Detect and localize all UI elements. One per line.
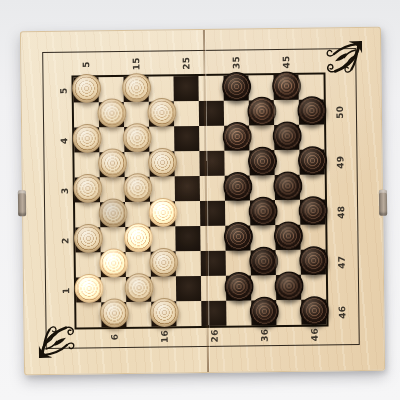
coordinate-label-46: 46 — [309, 328, 319, 341]
dark-square-4[interactable] — [74, 127, 99, 152]
dark-square-33[interactable] — [225, 175, 250, 200]
light-piece-on-10[interactable] — [97, 98, 126, 127]
light-square-r6c5[interactable] — [175, 201, 200, 226]
corner-flourish-icon — [38, 318, 78, 358]
light-piece-on-19[interactable] — [147, 148, 176, 177]
dark-square-31[interactable] — [226, 275, 251, 300]
coordinate-label-15: 15 — [131, 57, 141, 70]
dark-square-9[interactable] — [99, 152, 124, 177]
dark-square-46[interactable] — [301, 299, 326, 324]
dark-square-14[interactable] — [124, 127, 149, 152]
light-square-r10c5[interactable] — [176, 301, 201, 326]
dark-piece-on-32[interactable] — [223, 222, 252, 251]
dark-piece-on-37[interactable] — [249, 247, 278, 276]
dark-piece-on-40[interactable] — [247, 97, 276, 126]
dark-square-25[interactable] — [173, 76, 198, 101]
light-square-r4c5[interactable] — [174, 151, 199, 176]
dark-piece-on-39[interactable] — [247, 147, 276, 176]
dark-piece-on-48[interactable] — [298, 196, 327, 225]
dark-square-24[interactable] — [174, 126, 199, 151]
dark-square-36[interactable] — [251, 300, 276, 325]
dark-square-6[interactable] — [101, 302, 126, 327]
light-piece-on-15[interactable] — [121, 73, 150, 102]
dark-square-2[interactable] — [75, 227, 100, 252]
light-piece-on-16[interactable] — [149, 298, 178, 327]
light-piece-on-3[interactable] — [73, 174, 102, 203]
light-square-r5c6[interactable] — [200, 176, 225, 201]
light-square-r2c5[interactable] — [174, 101, 199, 126]
dark-square-30[interactable] — [199, 101, 224, 126]
coordinate-label-46: 46 — [337, 305, 347, 318]
coordinate-label-3: 3 — [60, 187, 70, 194]
dark-square-41[interactable] — [276, 275, 301, 300]
coordinate-label-1: 1 — [61, 287, 71, 294]
light-piece-on-5[interactable] — [71, 74, 100, 103]
dark-square-15[interactable] — [123, 77, 148, 102]
coordinate-label-5: 5 — [81, 61, 91, 68]
coordinate-label-36: 36 — [259, 329, 269, 342]
dark-square-22[interactable] — [175, 226, 200, 251]
coordinate-label-2: 2 — [60, 237, 70, 244]
board-grid — [71, 72, 328, 329]
light-square-r7c6[interactable] — [200, 226, 225, 251]
dark-piece-on-33[interactable] — [223, 172, 252, 201]
coordinate-label-26: 26 — [209, 329, 219, 342]
dark-square-35[interactable] — [223, 75, 248, 100]
dark-square-50[interactable] — [299, 100, 324, 125]
coordinate-label-25: 25 — [181, 57, 191, 70]
dark-square-19[interactable] — [149, 151, 174, 176]
dark-square-23[interactable] — [175, 176, 200, 201]
coordinate-label-5: 5 — [59, 87, 69, 94]
light-piece-on-17[interactable] — [149, 248, 178, 277]
light-square-r8c5[interactable] — [176, 251, 201, 276]
light-square-r9c6[interactable] — [201, 276, 226, 301]
light-piece-on-6[interactable] — [99, 298, 128, 327]
dark-piece-on-45[interactable] — [271, 71, 300, 100]
coordinate-label-4: 4 — [59, 137, 69, 144]
photo-background: 515253545616263646543215049484746 — [0, 0, 400, 400]
dark-piece-on-46[interactable] — [299, 296, 328, 325]
light-piece-on-7[interactable] — [99, 248, 128, 277]
dark-square-28[interactable] — [200, 201, 225, 226]
light-piece-on-13[interactable] — [123, 173, 152, 202]
dark-square-47[interactable] — [301, 249, 326, 274]
dark-piece-on-38[interactable] — [248, 197, 277, 226]
dark-square-17[interactable] — [151, 251, 176, 276]
dark-square-21[interactable] — [176, 276, 201, 301]
dark-square-16[interactable] — [151, 301, 176, 326]
light-piece-on-20[interactable] — [147, 98, 176, 127]
dark-square-18[interactable] — [150, 201, 175, 226]
dark-piece-on-42[interactable] — [273, 221, 302, 250]
dark-piece-on-41[interactable] — [274, 271, 303, 300]
dark-piece-on-49[interactable] — [297, 146, 326, 175]
dark-square-10[interactable] — [99, 102, 124, 127]
dark-square-43[interactable] — [275, 175, 300, 200]
dark-square-49[interactable] — [299, 150, 324, 175]
light-piece-on-9[interactable] — [97, 148, 126, 177]
dark-piece-on-43[interactable] — [273, 171, 302, 200]
light-piece-on-8[interactable] — [98, 198, 127, 227]
coordinate-label-49: 49 — [335, 155, 345, 168]
light-piece-on-2[interactable] — [73, 224, 102, 253]
hinge-clasp-icon — [379, 190, 387, 216]
dark-square-13[interactable] — [125, 177, 150, 202]
light-piece-on-18[interactable] — [148, 198, 177, 227]
coordinate-label-47: 47 — [337, 255, 347, 268]
coordinate-label-48: 48 — [336, 205, 346, 218]
dark-square-3[interactable] — [75, 177, 100, 202]
dark-square-20[interactable] — [149, 101, 174, 126]
dark-piece-on-34[interactable] — [222, 122, 251, 151]
dark-piece-on-31[interactable] — [224, 272, 253, 301]
light-piece-on-12[interactable] — [123, 223, 152, 252]
hinge-clasp-icon — [18, 190, 26, 216]
dark-square-42[interactable] — [275, 225, 300, 250]
dark-square-11[interactable] — [126, 277, 151, 302]
light-square-r10c9[interactable] — [276, 300, 301, 325]
light-square-r1c6[interactable] — [198, 76, 223, 101]
light-piece-on-14[interactable] — [122, 123, 151, 152]
coordinate-label-16: 16 — [159, 330, 169, 343]
dark-square-48[interactable] — [300, 200, 325, 225]
light-square-r10c1[interactable] — [76, 302, 101, 327]
dark-square-39[interactable] — [249, 150, 274, 175]
dark-square-27[interactable] — [201, 251, 226, 276]
dark-square-1[interactable] — [76, 277, 101, 302]
dark-square-26[interactable] — [201, 301, 226, 326]
dark-square-32[interactable] — [225, 225, 250, 250]
dark-square-5[interactable] — [73, 77, 98, 102]
coordinate-label-50: 50 — [335, 105, 345, 118]
draughts-board: 515253545616263646543215049484746 — [20, 27, 385, 375]
dark-square-45[interactable] — [273, 75, 298, 100]
light-piece-on-4[interactable] — [72, 124, 101, 153]
coordinate-label-35: 35 — [231, 56, 241, 69]
dark-square-44[interactable] — [274, 125, 299, 150]
dark-square-38[interactable] — [250, 200, 275, 225]
dark-piece-on-44[interactable] — [272, 121, 301, 150]
coordinate-label-45: 45 — [281, 55, 291, 68]
corner-flourish-icon — [322, 41, 362, 81]
dark-piece-on-35[interactable] — [221, 72, 250, 101]
dark-square-7[interactable] — [101, 252, 126, 277]
dark-square-37[interactable] — [251, 250, 276, 275]
dark-square-34[interactable] — [224, 125, 249, 150]
dark-square-8[interactable] — [100, 202, 125, 227]
dark-square-12[interactable] — [125, 227, 150, 252]
dark-piece-on-50[interactable] — [297, 96, 326, 125]
light-square-r10c7[interactable] — [226, 300, 251, 325]
light-square-r3c6[interactable] — [199, 126, 224, 151]
light-piece-on-1[interactable] — [74, 274, 103, 303]
dark-square-40[interactable] — [249, 100, 274, 125]
coordinate-label-6: 6 — [109, 334, 119, 341]
light-piece-on-11[interactable] — [124, 273, 153, 302]
light-square-r10c3[interactable] — [126, 302, 151, 327]
dark-square-29[interactable] — [199, 151, 224, 176]
dark-piece-on-47[interactable] — [299, 246, 328, 275]
dark-piece-on-36[interactable] — [249, 297, 278, 326]
